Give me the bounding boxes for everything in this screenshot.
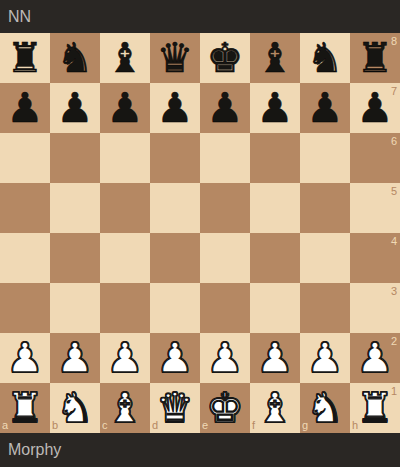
piece-white-pawn[interactable]: ♟ bbox=[300, 333, 350, 383]
piece-white-rook[interactable]: ♜ bbox=[0, 383, 50, 433]
piece-black-pawn[interactable]: ♟ bbox=[250, 83, 300, 133]
square-e8[interactable]: ♚ bbox=[200, 33, 250, 83]
square-f2[interactable]: ♟ bbox=[250, 333, 300, 383]
square-d1[interactable]: ♛d bbox=[150, 383, 200, 433]
square-h7[interactable]: ♟7 bbox=[350, 83, 400, 133]
square-h8[interactable]: ♜8 bbox=[350, 33, 400, 83]
piece-white-pawn[interactable]: ♟ bbox=[250, 333, 300, 383]
square-b3[interactable] bbox=[50, 283, 100, 333]
square-f4[interactable] bbox=[250, 233, 300, 283]
square-f3[interactable] bbox=[250, 283, 300, 333]
square-h4[interactable]: 4 bbox=[350, 233, 400, 283]
square-a6[interactable] bbox=[0, 133, 50, 183]
piece-white-king[interactable]: ♚ bbox=[200, 383, 250, 433]
square-a7[interactable]: ♟ bbox=[0, 83, 50, 133]
square-h5[interactable]: 5 bbox=[350, 183, 400, 233]
square-c5[interactable] bbox=[100, 183, 150, 233]
piece-black-queen[interactable]: ♛ bbox=[150, 33, 200, 83]
square-d3[interactable] bbox=[150, 283, 200, 333]
square-c7[interactable]: ♟ bbox=[100, 83, 150, 133]
square-a3[interactable] bbox=[0, 283, 50, 333]
square-c8[interactable]: ♝ bbox=[100, 33, 150, 83]
piece-black-bishop[interactable]: ♝ bbox=[250, 33, 300, 83]
piece-white-pawn[interactable]: ♟ bbox=[350, 333, 400, 383]
square-d8[interactable]: ♛ bbox=[150, 33, 200, 83]
square-f7[interactable]: ♟ bbox=[250, 83, 300, 133]
chess-board: ♜♞♝♛♚♝♞♜8♟♟♟♟♟♟♟♟76543♟♟♟♟♟♟♟♟2♜a♞b♝c♛d♚… bbox=[0, 33, 400, 433]
piece-white-pawn[interactable]: ♟ bbox=[0, 333, 50, 383]
coord-rank-4: 4 bbox=[391, 236, 397, 247]
coord-rank-6: 6 bbox=[391, 136, 397, 147]
square-d2[interactable]: ♟ bbox=[150, 333, 200, 383]
square-e5[interactable] bbox=[200, 183, 250, 233]
square-g7[interactable]: ♟ bbox=[300, 83, 350, 133]
piece-white-queen[interactable]: ♛ bbox=[150, 383, 200, 433]
square-h3[interactable]: 3 bbox=[350, 283, 400, 333]
player-bottom-name: Morphy bbox=[8, 441, 61, 459]
square-h1[interactable]: ♜1h bbox=[350, 383, 400, 433]
piece-black-pawn[interactable]: ♟ bbox=[100, 83, 150, 133]
piece-black-pawn[interactable]: ♟ bbox=[150, 83, 200, 133]
piece-white-pawn[interactable]: ♟ bbox=[150, 333, 200, 383]
chess-app: NN ♜♞♝♛♚♝♞♜8♟♟♟♟♟♟♟♟76543♟♟♟♟♟♟♟♟2♜a♞b♝c… bbox=[0, 0, 400, 467]
square-d6[interactable] bbox=[150, 133, 200, 183]
square-e3[interactable] bbox=[200, 283, 250, 333]
square-g5[interactable] bbox=[300, 183, 350, 233]
piece-black-pawn[interactable]: ♟ bbox=[0, 83, 50, 133]
square-b1[interactable]: ♞b bbox=[50, 383, 100, 433]
square-b4[interactable] bbox=[50, 233, 100, 283]
square-d4[interactable] bbox=[150, 233, 200, 283]
square-g8[interactable]: ♞ bbox=[300, 33, 350, 83]
square-g1[interactable]: ♞g bbox=[300, 383, 350, 433]
piece-white-pawn[interactable]: ♟ bbox=[200, 333, 250, 383]
square-d5[interactable] bbox=[150, 183, 200, 233]
piece-white-bishop[interactable]: ♝ bbox=[250, 383, 300, 433]
square-e4[interactable] bbox=[200, 233, 250, 283]
piece-black-pawn[interactable]: ♟ bbox=[200, 83, 250, 133]
square-d7[interactable]: ♟ bbox=[150, 83, 200, 133]
square-a4[interactable] bbox=[0, 233, 50, 283]
piece-white-pawn[interactable]: ♟ bbox=[50, 333, 100, 383]
square-h6[interactable]: 6 bbox=[350, 133, 400, 183]
square-c1[interactable]: ♝c bbox=[100, 383, 150, 433]
square-a2[interactable]: ♟ bbox=[0, 333, 50, 383]
square-g3[interactable] bbox=[300, 283, 350, 333]
piece-black-pawn[interactable]: ♟ bbox=[50, 83, 100, 133]
piece-black-knight[interactable]: ♞ bbox=[300, 33, 350, 83]
piece-white-pawn[interactable]: ♟ bbox=[100, 333, 150, 383]
square-b6[interactable] bbox=[50, 133, 100, 183]
square-b8[interactable]: ♞ bbox=[50, 33, 100, 83]
square-a1[interactable]: ♜a bbox=[0, 383, 50, 433]
square-e7[interactable]: ♟ bbox=[200, 83, 250, 133]
coord-rank-5: 5 bbox=[391, 186, 397, 197]
piece-white-knight[interactable]: ♞ bbox=[300, 383, 350, 433]
player-bottom-bar: Morphy bbox=[0, 433, 400, 467]
coord-rank-3: 3 bbox=[391, 286, 397, 297]
square-b7[interactable]: ♟ bbox=[50, 83, 100, 133]
player-top-bar: NN bbox=[0, 0, 400, 33]
square-e2[interactable]: ♟ bbox=[200, 333, 250, 383]
piece-black-pawn[interactable]: ♟ bbox=[350, 83, 400, 133]
piece-black-knight[interactable]: ♞ bbox=[50, 33, 100, 83]
square-h2[interactable]: ♟2 bbox=[350, 333, 400, 383]
piece-black-king[interactable]: ♚ bbox=[200, 33, 250, 83]
piece-white-knight[interactable]: ♞ bbox=[50, 383, 100, 433]
piece-black-rook[interactable]: ♜ bbox=[350, 33, 400, 83]
square-b2[interactable]: ♟ bbox=[50, 333, 100, 383]
piece-white-rook[interactable]: ♜ bbox=[350, 383, 400, 433]
square-g4[interactable] bbox=[300, 233, 350, 283]
square-f8[interactable]: ♝ bbox=[250, 33, 300, 83]
square-c6[interactable] bbox=[100, 133, 150, 183]
square-f5[interactable] bbox=[250, 183, 300, 233]
square-b5[interactable] bbox=[50, 183, 100, 233]
square-c2[interactable]: ♟ bbox=[100, 333, 150, 383]
player-top-name: NN bbox=[8, 8, 31, 26]
square-a5[interactable] bbox=[0, 183, 50, 233]
square-f6[interactable] bbox=[250, 133, 300, 183]
piece-black-rook[interactable]: ♜ bbox=[0, 33, 50, 83]
square-c4[interactable] bbox=[100, 233, 150, 283]
square-g2[interactable]: ♟ bbox=[300, 333, 350, 383]
square-g6[interactable] bbox=[300, 133, 350, 183]
piece-black-pawn[interactable]: ♟ bbox=[300, 83, 350, 133]
square-a8[interactable]: ♜ bbox=[0, 33, 50, 83]
square-f1[interactable]: ♝f bbox=[250, 383, 300, 433]
square-e1[interactable]: ♚e bbox=[200, 383, 250, 433]
piece-white-bishop[interactable]: ♝ bbox=[100, 383, 150, 433]
piece-black-bishop[interactable]: ♝ bbox=[100, 33, 150, 83]
square-e6[interactable] bbox=[200, 133, 250, 183]
square-c3[interactable] bbox=[100, 283, 150, 333]
